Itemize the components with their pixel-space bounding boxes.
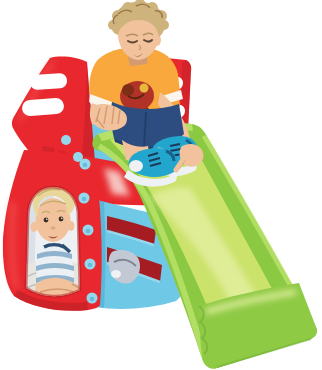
curl	[146, 2, 158, 14]
rivet-center	[83, 163, 88, 168]
scene-canvas	[0, 0, 322, 370]
child2-eye-left	[44, 218, 49, 223]
graphic-detail-2	[140, 84, 149, 93]
guard-rail-left-slot-1	[30, 73, 68, 91]
graphic-detail-1	[122, 84, 134, 96]
rivet-center	[88, 263, 93, 268]
rivet-icon	[61, 135, 71, 145]
sneaker-front-toe	[129, 160, 143, 172]
child2-nose	[51, 226, 56, 230]
child2-eye-glint-right	[61, 217, 63, 219]
rivet-center	[86, 229, 91, 234]
child2-eye-glint-left	[46, 218, 48, 220]
curl	[159, 20, 169, 30]
foot-sneaker-toe	[111, 270, 121, 278]
curl	[122, 2, 134, 14]
child2-eye-right	[59, 217, 64, 222]
rivet-center	[82, 197, 87, 202]
guard-rail-left-slot-2	[21, 98, 64, 117]
product-photo	[0, 0, 322, 370]
rivet-center	[90, 297, 95, 302]
